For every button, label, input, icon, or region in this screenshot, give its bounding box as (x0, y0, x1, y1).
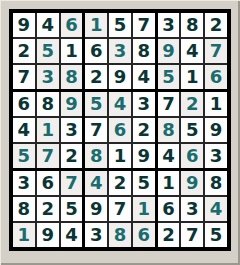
cell-r5c8[interactable]: 5 (181, 118, 203, 142)
cell-r9c4[interactable]: 3 (85, 223, 107, 247)
cell-r1c1[interactable]: 9 (13, 13, 35, 37)
cell-r8c9-given[interactable]: 4 (205, 197, 227, 221)
cell-r2c3[interactable]: 1 (61, 39, 83, 63)
cell-r8c8[interactable]: 3 (181, 197, 203, 221)
cell-r8c6-given[interactable]: 1 (133, 197, 155, 221)
cell-r5c1[interactable]: 4 (13, 118, 35, 142)
cell-r9c9[interactable]: 5 (205, 223, 227, 247)
cell-r2c5-given[interactable]: 3 (109, 39, 131, 63)
cell-r2c4[interactable]: 6 (85, 39, 107, 63)
cell-r6c1-given[interactable]: 5 (13, 144, 35, 168)
cell-r3c9-given[interactable]: 6 (205, 65, 227, 89)
cell-r7c2[interactable]: 6 (37, 171, 59, 195)
cell-r6c4-given[interactable]: 8 (85, 144, 107, 168)
cell-r9c1-given[interactable]: 1 (13, 223, 35, 247)
sudoku-box-6: 721859463 (158, 92, 227, 168)
sudoku-box-3: 382947516 (158, 13, 227, 89)
cell-r7c8-given[interactable]: 9 (181, 171, 203, 195)
cell-r2c2-given[interactable]: 5 (37, 39, 59, 63)
cell-r7c3-given[interactable]: 7 (61, 171, 83, 195)
cell-r6c3[interactable]: 2 (61, 144, 83, 168)
cell-r4c1[interactable]: 6 (13, 92, 35, 116)
cell-r9c6-given[interactable]: 6 (133, 223, 155, 247)
sudoku-box-2: 157638294 (85, 13, 154, 89)
cell-r9c8[interactable]: 7 (181, 223, 203, 247)
cell-r8c1[interactable]: 8 (13, 197, 35, 221)
cell-r3c8[interactable]: 1 (181, 65, 203, 89)
cell-r8c2[interactable]: 2 (37, 197, 59, 221)
cell-r5c5-given[interactable]: 6 (109, 118, 131, 142)
cell-r3c2-given[interactable]: 3 (37, 65, 59, 89)
cell-r2c6[interactable]: 8 (133, 39, 155, 63)
cell-r2c9-given[interactable]: 7 (205, 39, 227, 63)
cell-r6c7[interactable]: 4 (158, 144, 180, 168)
app-window: 9462517381576382943829475166894135725437… (0, 0, 240, 265)
cell-r6c8-given[interactable]: 6 (181, 144, 203, 168)
cell-r7c9[interactable]: 8 (205, 171, 227, 195)
cell-r3c5[interactable]: 9 (109, 65, 131, 89)
cell-r5c6[interactable]: 2 (133, 118, 155, 142)
cell-r3c6[interactable]: 4 (133, 65, 155, 89)
cell-r1c4-given[interactable]: 1 (85, 13, 107, 37)
cell-r6c6[interactable]: 9 (133, 144, 155, 168)
sudoku-box-8: 425971386 (85, 171, 154, 247)
cell-r1c3-given[interactable]: 6 (61, 13, 83, 37)
cell-r4c5-given[interactable]: 4 (109, 92, 131, 116)
cell-r4c8-given[interactable]: 2 (181, 92, 203, 116)
cell-r8c7[interactable]: 6 (158, 197, 180, 221)
cell-r1c2[interactable]: 4 (37, 13, 59, 37)
cell-r4c2[interactable]: 8 (37, 92, 59, 116)
sudoku-box-7: 367825194 (13, 171, 82, 247)
cell-r8c5[interactable]: 7 (109, 197, 131, 221)
cell-r5c7-given[interactable]: 8 (158, 118, 180, 142)
cell-r3c1[interactable]: 7 (13, 65, 35, 89)
cell-r1c9[interactable]: 2 (205, 13, 227, 37)
cell-r8c4[interactable]: 9 (85, 197, 107, 221)
cell-r5c2-given[interactable]: 1 (37, 118, 59, 142)
cell-r1c7[interactable]: 3 (158, 13, 180, 37)
cell-r1c8[interactable]: 8 (181, 13, 203, 37)
cell-r5c3[interactable]: 3 (61, 118, 83, 142)
cell-r9c7[interactable]: 2 (158, 223, 180, 247)
cell-r4c9[interactable]: 1 (205, 92, 227, 116)
cell-r4c4-given[interactable]: 5 (85, 92, 107, 116)
cell-r1c6[interactable]: 7 (133, 13, 155, 37)
cell-r7c5[interactable]: 2 (109, 171, 131, 195)
cell-r5c9[interactable]: 9 (205, 118, 227, 142)
cell-r3c7-given[interactable]: 5 (158, 65, 180, 89)
cell-r7c6[interactable]: 5 (133, 171, 155, 195)
cell-r3c4[interactable]: 2 (85, 65, 107, 89)
sudoku-box-5: 543762819 (85, 92, 154, 168)
cell-r7c7[interactable]: 1 (158, 171, 180, 195)
cell-r2c8[interactable]: 4 (181, 39, 203, 63)
cell-r9c2[interactable]: 9 (37, 223, 59, 247)
cell-r6c5[interactable]: 1 (109, 144, 131, 168)
sudoku-board: 9462517381576382943829475166894135725437… (9, 9, 231, 251)
cell-r3c3-given[interactable]: 8 (61, 65, 83, 89)
cell-r4c6[interactable]: 3 (133, 92, 155, 116)
cell-r1c5[interactable]: 5 (109, 13, 131, 37)
cell-r9c5-given[interactable]: 8 (109, 223, 131, 247)
sudoku-box-4: 689413572 (13, 92, 82, 168)
cell-r2c1[interactable]: 2 (13, 39, 35, 63)
cell-r7c4-given[interactable]: 4 (85, 171, 107, 195)
cell-r2c7-given[interactable]: 9 (158, 39, 180, 63)
cell-r6c9[interactable]: 3 (205, 144, 227, 168)
cell-r6c2-given[interactable]: 7 (37, 144, 59, 168)
sudoku-box-1: 946251738 (13, 13, 82, 89)
cell-r4c3-given[interactable]: 9 (61, 92, 83, 116)
cell-r9c3[interactable]: 4 (61, 223, 83, 247)
cell-r7c1[interactable]: 3 (13, 171, 35, 195)
cell-r4c7[interactable]: 7 (158, 92, 180, 116)
sudoku-box-9: 198634275 (158, 171, 227, 247)
cell-r5c4[interactable]: 7 (85, 118, 107, 142)
cell-r8c3[interactable]: 5 (61, 197, 83, 221)
